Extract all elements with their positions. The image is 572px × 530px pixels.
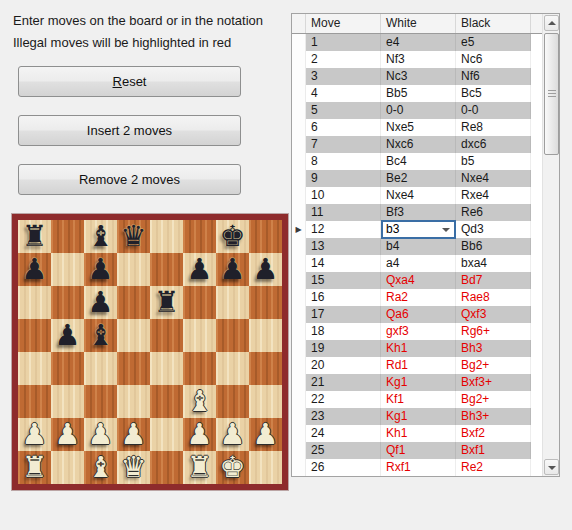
notation-row-12: ▶12Qd3b3	[292, 221, 542, 238]
scroll-down-icon	[548, 466, 556, 470]
move-number-cell: 11	[306, 204, 381, 221]
square-h6[interactable]	[249, 286, 282, 319]
notation-grid-content: Move White Black 1e4e52Nf3Nc63Nc3Nf64Bb5…	[292, 14, 542, 476]
filler-cell	[531, 408, 542, 425]
black-king-g8: ♚	[216, 220, 249, 253]
move-number-cell: 19	[306, 340, 381, 357]
square-f3[interactable]: ♝	[183, 385, 216, 418]
notation-row-22: 22Kf1Bg2+	[292, 391, 542, 408]
notation-row-26: 26Rxf1Re2	[292, 459, 542, 476]
notation-row-23: 23Kg1Bh3+	[292, 408, 542, 425]
row-header-cell[interactable]	[292, 289, 306, 306]
notation-row-3: 3Nc3Nf6	[292, 68, 542, 85]
notation-row-7: 7Nxc6dxc6	[292, 136, 542, 153]
row-header-cell[interactable]	[292, 442, 306, 459]
filler-cell	[531, 204, 542, 221]
reset-button[interactable]: Reset	[18, 66, 241, 97]
black-pawn-c7: ♟	[84, 253, 117, 286]
white-pawn-c2: ♟	[84, 418, 117, 451]
white-move-cell[interactable]: Kf1	[381, 391, 456, 408]
filler-cell	[531, 306, 542, 323]
square-c4[interactable]	[84, 352, 117, 385]
black-move-cell[interactable]: Re2	[456, 459, 531, 476]
move-number-cell: 26	[306, 459, 381, 476]
notation-row-6: 6Nxe5Re8	[292, 119, 542, 136]
filler-cell	[531, 119, 542, 136]
filler-cell	[531, 238, 542, 255]
move-number-cell: 17	[306, 306, 381, 323]
row-header-cell[interactable]	[292, 170, 306, 187]
black-move-cell[interactable]: Nxe4	[456, 170, 531, 187]
white-move-cell[interactable]: Qa6	[381, 306, 456, 323]
scroll-up-icon	[548, 21, 556, 25]
notation-grid-header: Move White Black	[292, 14, 542, 34]
white-bishop-c1: ♝	[84, 451, 117, 484]
white-move-cell[interactable]: Qf1	[381, 442, 456, 459]
filler-cell	[531, 425, 542, 442]
square-g6[interactable]	[216, 286, 249, 319]
white-rook-f1: ♜	[183, 451, 216, 484]
black-queen-d8: ♛	[117, 220, 150, 253]
black-rook-a8: ♜	[18, 220, 51, 253]
square-b4[interactable]	[51, 352, 84, 385]
row-header-cell[interactable]	[292, 306, 306, 323]
move-number-cell: 6	[306, 119, 381, 136]
column-header-move[interactable]: Move	[306, 14, 381, 33]
notation-grid[interactable]: Move White Black 1e4e52Nf3Nc63Nc3Nf64Bb5…	[291, 13, 560, 477]
row-header-cell[interactable]	[292, 102, 306, 119]
row-header-cell[interactable]	[292, 51, 306, 68]
square-g7[interactable]: ♟	[216, 253, 249, 286]
square-a7[interactable]: ♟	[18, 253, 51, 286]
white-king-g1: ♚	[216, 451, 249, 484]
square-f5[interactable]	[183, 319, 216, 352]
row-header-cell[interactable]	[292, 391, 306, 408]
column-header-filler	[531, 14, 542, 33]
filler-cell	[531, 391, 542, 408]
row-header-cell[interactable]	[292, 374, 306, 391]
notation-row-19: 19Kh1Bh3	[292, 340, 542, 357]
row-header-cell[interactable]	[292, 136, 306, 153]
filler-cell	[531, 357, 542, 374]
move-number-cell: 25	[306, 442, 381, 459]
black-move-cell[interactable]: Bc5	[456, 85, 531, 102]
notation-row-21: 21Kg1Bxf3+	[292, 374, 542, 391]
white-move-cell[interactable]: Bc4	[381, 153, 456, 170]
black-pawn-c6: ♟	[84, 286, 117, 319]
filler-cell	[531, 187, 542, 204]
move-number-cell: 4	[306, 85, 381, 102]
square-h4[interactable]	[249, 352, 282, 385]
scroll-down-button[interactable]	[544, 459, 559, 475]
black-move-cell[interactable]: dxc6	[456, 136, 531, 153]
black-pawn-f7: ♟	[183, 253, 216, 286]
black-bishop-c5: ♝	[84, 319, 117, 352]
reset-button-mnemonic: R	[113, 74, 122, 89]
filler-cell	[531, 272, 542, 289]
column-header-white[interactable]: White	[381, 14, 456, 33]
notation-row-18: 18gxf3Rg6+	[292, 323, 542, 340]
filler-cell	[531, 221, 542, 238]
square-h2[interactable]: ♟	[249, 418, 282, 451]
square-g5[interactable]	[216, 319, 249, 352]
notation-row-17: 17Qa6Qxf3	[292, 306, 542, 323]
square-h7[interactable]: ♟	[249, 253, 282, 286]
square-h3[interactable]	[249, 385, 282, 418]
notation-row-5: 50-00-0	[292, 102, 542, 119]
white-move-cell[interactable]: e4	[381, 34, 456, 51]
white-pawn-g2: ♟	[216, 418, 249, 451]
black-move-cell[interactable]: Rae8	[456, 289, 531, 306]
notation-row-8: 8Bc4b5	[292, 153, 542, 170]
square-d3[interactable]	[117, 385, 150, 418]
square-a3[interactable]	[18, 385, 51, 418]
row-header-cell[interactable]	[292, 153, 306, 170]
notation-row-4: 4Bb5Bc5	[292, 85, 542, 102]
column-header-black[interactable]: Black	[456, 14, 531, 33]
square-e8[interactable]	[150, 220, 183, 253]
move-number-cell: 23	[306, 408, 381, 425]
square-d7[interactable]	[117, 253, 150, 286]
filler-cell	[531, 51, 542, 68]
square-c7[interactable]: ♟	[84, 253, 117, 286]
square-f8[interactable]	[183, 220, 216, 253]
black-move-cell[interactable]: Qxf3	[456, 306, 531, 323]
filler-cell	[531, 68, 542, 85]
white-move-cell[interactable]: Bb5	[381, 85, 456, 102]
white-move-cell[interactable]: gxf3	[381, 323, 456, 340]
row-header-cell[interactable]	[292, 34, 306, 51]
filler-cell	[531, 374, 542, 391]
black-move-cell[interactable]: Rg6+	[456, 323, 531, 340]
white-move-cell[interactable]: Qxa4	[381, 272, 456, 289]
square-c5[interactable]: ♝	[84, 319, 117, 352]
scrollbar-thumb[interactable]	[544, 33, 559, 155]
square-b6[interactable]	[51, 286, 84, 319]
white-pawn-b2: ♟	[51, 418, 84, 451]
white-move-cell[interactable]: Nxe4	[381, 187, 456, 204]
black-move-cell[interactable]: Nc6	[456, 51, 531, 68]
filler-cell	[531, 153, 542, 170]
notation-row-20: 20Rd1Bg2+	[292, 357, 542, 374]
black-move-cell[interactable]: Nf6	[456, 68, 531, 85]
black-move-cell[interactable]: Bd7	[456, 272, 531, 289]
move-number-cell: 14	[306, 255, 381, 272]
notation-row-16: 16Ra2Rae8	[292, 289, 542, 306]
row-header-column-header	[292, 14, 306, 33]
square-b3[interactable]	[51, 385, 84, 418]
white-move-cell[interactable]: Kh1	[381, 340, 456, 357]
move-number-cell: 10	[306, 187, 381, 204]
scrollbar-grip-icon	[548, 90, 556, 98]
square-d2[interactable]: ♟	[117, 418, 150, 451]
notation-rows: 1e4e52Nf3Nc63Nc3Nf64Bb5Bc550-00-06Nxe5Re…	[292, 34, 542, 476]
white-move-cell[interactable]: Kg1	[381, 374, 456, 391]
filler-cell	[531, 255, 542, 272]
square-g2[interactable]: ♟	[216, 418, 249, 451]
black-move-cell[interactable]: Bh3	[456, 340, 531, 357]
square-c8[interactable]: ♝	[84, 220, 117, 253]
white-move-cell[interactable]: Rd1	[381, 357, 456, 374]
square-e2[interactable]	[150, 418, 183, 451]
black-move-cell[interactable]: b5	[456, 153, 531, 170]
filler-cell	[531, 170, 542, 187]
row-header-cell[interactable]	[292, 204, 306, 221]
square-f7[interactable]: ♟	[183, 253, 216, 286]
row-header-cell[interactable]	[292, 85, 306, 102]
row-header-cell[interactable]	[292, 238, 306, 255]
notation-row-25: 25Qf1Bxf1	[292, 442, 542, 459]
scroll-up-button[interactable]	[544, 15, 559, 31]
combobox-dropdown-icon[interactable]	[442, 228, 450, 232]
move-number-cell: 22	[306, 391, 381, 408]
white-move-cell[interactable]: Ra2	[381, 289, 456, 306]
square-b8[interactable]	[51, 220, 84, 253]
current-row-marker[interactable]: ▶	[292, 221, 306, 238]
move-number-cell: 24	[306, 425, 381, 442]
filler-cell	[531, 459, 542, 476]
white-move-cell[interactable]: Nf3	[381, 51, 456, 68]
filler-cell	[531, 85, 542, 102]
square-c3[interactable]	[84, 385, 117, 418]
square-g3[interactable]	[216, 385, 249, 418]
black-move-cell[interactable]: Bxf1	[456, 442, 531, 459]
black-move-cell[interactable]: bxa4	[456, 255, 531, 272]
square-b2[interactable]: ♟	[51, 418, 84, 451]
move-number-cell: 7	[306, 136, 381, 153]
square-e4[interactable]	[150, 352, 183, 385]
square-a2[interactable]: ♟	[18, 418, 51, 451]
black-pawn-b5: ♟	[51, 319, 84, 352]
square-d6[interactable]	[117, 286, 150, 319]
square-c2[interactable]: ♟	[84, 418, 117, 451]
row-header-cell[interactable]	[292, 255, 306, 272]
row-header-cell[interactable]	[292, 408, 306, 425]
notation-row-9: 9Be2Nxe4	[292, 170, 542, 187]
reset-button-label: eset	[122, 74, 147, 89]
black-move-cell[interactable]: Bh3+	[456, 408, 531, 425]
filler-cell	[531, 289, 542, 306]
black-pawn-g7: ♟	[216, 253, 249, 286]
square-d1[interactable]: ♛	[117, 451, 150, 484]
square-a5[interactable]	[18, 319, 51, 352]
row-header-cell[interactable]	[292, 68, 306, 85]
notation-scrollbar[interactable]	[542, 14, 559, 476]
square-f4[interactable]	[183, 352, 216, 385]
square-c1[interactable]: ♝	[84, 451, 117, 484]
square-a4[interactable]	[18, 352, 51, 385]
filler-cell	[531, 34, 542, 51]
black-move-cell[interactable]: Bxf3+	[456, 374, 531, 391]
row-header-cell[interactable]	[292, 459, 306, 476]
square-h5[interactable]	[249, 319, 282, 352]
black-pawn-a7: ♟	[18, 253, 51, 286]
white-move-cell[interactable]: a4	[381, 255, 456, 272]
move-number-cell: 2	[306, 51, 381, 68]
move-number-cell: 5	[306, 102, 381, 119]
move-number-cell: 13	[306, 238, 381, 255]
row-header-cell[interactable]	[292, 272, 306, 289]
square-e1[interactable]	[150, 451, 183, 484]
notation-row-10: 10Nxe4Rxe4	[292, 187, 542, 204]
square-a1[interactable]: ♜	[18, 451, 51, 484]
black-move-cell[interactable]: Qd3	[456, 221, 531, 238]
square-b5[interactable]: ♟	[51, 319, 84, 352]
black-pawn-h7: ♟	[249, 253, 282, 286]
square-a6[interactable]	[18, 286, 51, 319]
white-move-cell[interactable]: 0-0	[381, 102, 456, 119]
black-move-cell[interactable]: Bg2+	[456, 357, 531, 374]
row-header-cell[interactable]	[292, 119, 306, 136]
notation-row-11: 11Bf3Re6	[292, 204, 542, 221]
square-a8[interactable]: ♜	[18, 220, 51, 253]
square-e5[interactable]	[150, 319, 183, 352]
square-d8[interactable]: ♛	[117, 220, 150, 253]
move-number-cell: 15	[306, 272, 381, 289]
notation-row-2: 2Nf3Nc6	[292, 51, 542, 68]
square-g1[interactable]: ♚	[216, 451, 249, 484]
white-pawn-h2: ♟	[249, 418, 282, 451]
notation-row-1: 1e4e5	[292, 34, 542, 51]
square-h8[interactable]	[249, 220, 282, 253]
instruction-line-1: Enter moves on the board or in the notat…	[13, 13, 263, 28]
filler-cell	[531, 323, 542, 340]
white-move-cell[interactable]: Kg1	[381, 408, 456, 425]
white-move-cell[interactable]: Nxc6	[381, 136, 456, 153]
row-header-cell[interactable]	[292, 425, 306, 442]
square-c6[interactable]: ♟	[84, 286, 117, 319]
row-header-cell[interactable]	[292, 340, 306, 357]
square-f1[interactable]: ♜	[183, 451, 216, 484]
square-g8[interactable]: ♚	[216, 220, 249, 253]
square-f6[interactable]	[183, 286, 216, 319]
filler-cell	[531, 442, 542, 459]
notation-row-13: 13b4Bb6	[292, 238, 542, 255]
square-d4[interactable]	[117, 352, 150, 385]
square-b1[interactable]	[51, 451, 84, 484]
move-edit-combobox[interactable]: b3	[381, 220, 456, 239]
move-number-cell: 8	[306, 153, 381, 170]
filler-cell	[531, 102, 542, 119]
white-bishop-f3: ♝	[183, 385, 216, 418]
row-header-cell[interactable]	[292, 357, 306, 374]
white-queen-d1: ♛	[117, 451, 150, 484]
white-move-cell[interactable]: Be2	[381, 170, 456, 187]
black-bishop-c8: ♝	[84, 220, 117, 253]
white-move-cell[interactable]: Nc3	[381, 68, 456, 85]
instruction-line-2: Illegal moves will be highlighted in red	[13, 35, 231, 50]
move-number-cell: 20	[306, 357, 381, 374]
black-move-cell[interactable]: Re6	[456, 204, 531, 221]
white-pawn-a2: ♟	[18, 418, 51, 451]
square-h1[interactable]	[249, 451, 282, 484]
notation-row-24: 24Kh1Bxf2	[292, 425, 542, 442]
row-header-cell[interactable]	[292, 323, 306, 340]
white-move-cell[interactable]: Kh1	[381, 425, 456, 442]
white-move-cell[interactable]: b4	[381, 238, 456, 255]
move-number-cell: 21	[306, 374, 381, 391]
white-move-cell[interactable]: Rxf1	[381, 459, 456, 476]
square-d5[interactable]	[117, 319, 150, 352]
move-number-cell: 12	[306, 221, 381, 238]
square-f2[interactable]: ♟	[183, 418, 216, 451]
filler-cell	[531, 136, 542, 153]
black-rook-e6: ♜	[150, 286, 183, 319]
square-e3[interactable]	[150, 385, 183, 418]
black-move-cell[interactable]: Bg2+	[456, 391, 531, 408]
notation-row-14: 14a4bxa4	[292, 255, 542, 272]
white-rook-a1: ♜	[18, 451, 51, 484]
black-move-cell[interactable]: e5	[456, 34, 531, 51]
white-pawn-d2: ♟	[117, 418, 150, 451]
black-move-cell[interactable]: 0-0	[456, 102, 531, 119]
square-e6[interactable]: ♜	[150, 286, 183, 319]
move-number-cell: 18	[306, 323, 381, 340]
insert-2-moves-button[interactable]: Insert 2 moves	[18, 115, 241, 146]
combobox-value: b3	[386, 222, 399, 236]
black-move-cell[interactable]: Rxe4	[456, 187, 531, 204]
row-header-cell[interactable]	[292, 187, 306, 204]
remove-2-moves-button[interactable]: Remove 2 moves	[18, 164, 241, 195]
move-number-cell: 16	[306, 289, 381, 306]
notation-row-15: 15Qxa4Bd7	[292, 272, 542, 289]
white-move-cell[interactable]: Nxe5	[381, 119, 456, 136]
filler-cell	[531, 340, 542, 357]
move-number-cell: 1	[306, 34, 381, 51]
black-move-cell[interactable]: Bxf2	[456, 425, 531, 442]
square-b7[interactable]	[51, 253, 84, 286]
white-move-cell[interactable]: Bf3	[381, 204, 456, 221]
black-move-cell[interactable]: Re8	[456, 119, 531, 136]
move-number-cell: 9	[306, 170, 381, 187]
move-number-cell: 3	[306, 68, 381, 85]
chess-board[interactable]: ♜♝♛♚♟♟♟♟♟♟♜♟♝♝♟♟♟♟♟♟♟♜♝♛♜♚	[12, 214, 288, 490]
square-g4[interactable]	[216, 352, 249, 385]
black-move-cell[interactable]: Bb6	[456, 238, 531, 255]
square-e7[interactable]	[150, 253, 183, 286]
white-pawn-f2: ♟	[183, 418, 216, 451]
